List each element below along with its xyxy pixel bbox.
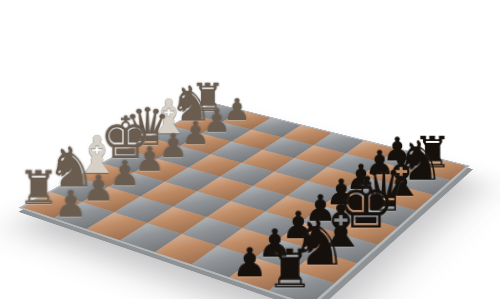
chess-board: ♜♟♟♜♞♟♟♞♝♟♟♝♛♟♟♛♚♟♟♚♝♟♟♝♞♟♟♞♜♟♟♜ <box>18 103 470 299</box>
product-photo-stage: ♜♟♟♜♞♟♟♞♝♟♟♝♛♟♟♛♚♟♟♚♝♟♟♝♞♟♟♞♜♟♟♜ <box>0 0 500 299</box>
square-e3[interactable] <box>165 168 220 192</box>
piece-black-rook-h8[interactable]: ♜ <box>266 243 314 296</box>
piece-white-pawn-h2[interactable]: ♟ <box>49 186 92 222</box>
